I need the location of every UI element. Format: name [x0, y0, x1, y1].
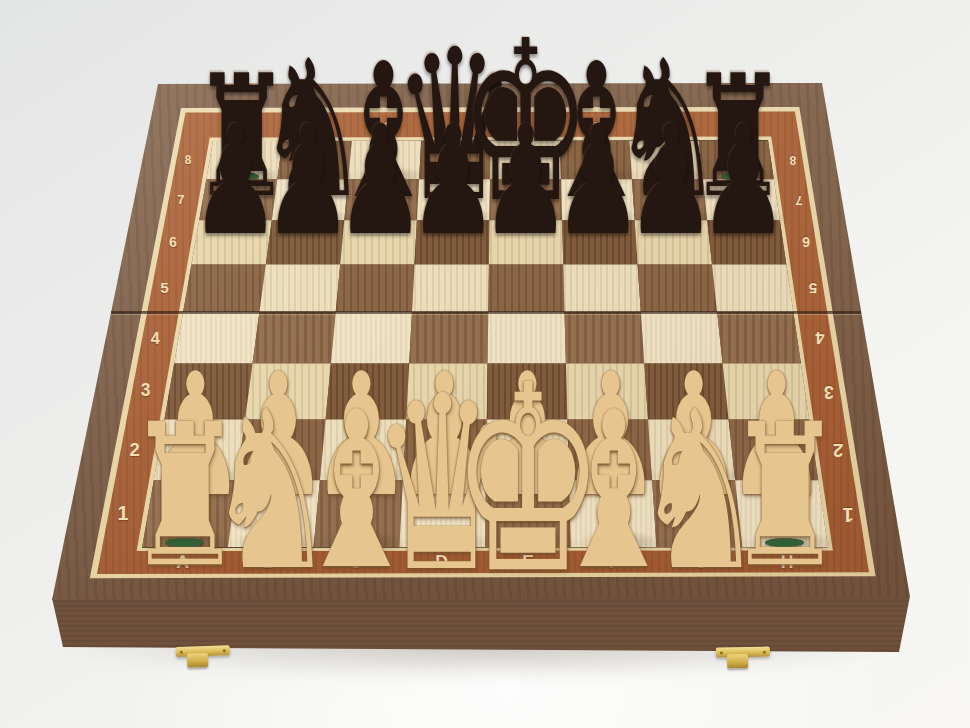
rank-label-right-8: 8: [789, 154, 796, 166]
piece-glyph: ♟: [698, 105, 789, 257]
chess-photo-scene: 8877665544332211AABBCCDDEEFFGGHH♜♞♝♛♚♝♞♜…: [0, 0, 970, 728]
piece-glyph: ♜: [726, 398, 843, 594]
rank-label-right-1: 1: [842, 504, 853, 524]
rank-label-left-6: 6: [169, 235, 177, 249]
chessboard: 8877665544332211AABBCCDDEEFFGGHH♜♞♝♛♚♝♞♜…: [0, 0, 970, 728]
rank-label-left-7: 7: [177, 193, 184, 206]
rank-label-right-5: 5: [808, 281, 817, 296]
hinge-fold-line: [111, 311, 861, 314]
rank-label-right-7: 7: [795, 193, 802, 206]
rank-label-right-6: 6: [802, 235, 810, 249]
rank-label-left-5: 5: [160, 281, 169, 296]
